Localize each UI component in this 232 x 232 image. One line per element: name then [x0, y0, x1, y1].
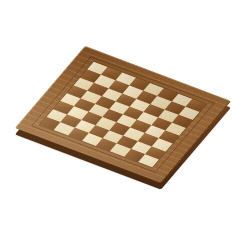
- chess-board: [15, 46, 231, 183]
- product-photo: [0, 0, 232, 232]
